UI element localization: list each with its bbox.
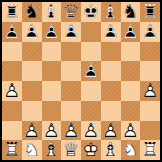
square-f6[interactable] [101,42,121,62]
square-b1[interactable]: ♞♘ [22,140,42,160]
square-c6[interactable] [42,42,62,62]
white-bishop-detail-icon: ♗ [101,140,121,160]
piece-black-pawn[interactable]: ♟♙ [22,22,42,42]
piece-black-pawn[interactable]: ♟♙ [61,22,81,42]
square-b8[interactable]: ♞♘ [22,2,42,22]
square-d5[interactable] [61,61,81,81]
square-c3[interactable] [42,101,62,121]
black-pawn-detail-icon: ♙ [140,22,160,42]
piece-white-king[interactable]: ♚♔ [81,140,101,160]
square-g8[interactable]: ♞♘ [121,2,141,22]
square-d4[interactable] [61,81,81,101]
square-b7[interactable]: ♟♙ [22,22,42,42]
chess-board: ♜♖♞♘♝♗♛♕♚♔♝♗♞♘♜♖♟♙♟♙♟♙♟♙♟♙♟♙♟♙♟♙♟♙♟♙♟♙♟♙… [0,0,162,162]
black-bishop-detail-icon: ♗ [101,2,121,22]
square-f4[interactable] [101,81,121,101]
square-h6[interactable] [140,42,160,62]
piece-black-knight[interactable]: ♞♘ [121,2,141,22]
square-g5[interactable] [121,61,141,81]
black-pawn-detail-icon: ♙ [121,22,141,42]
square-d6[interactable] [61,42,81,62]
square-h8[interactable]: ♜♖ [140,2,160,22]
square-f5[interactable] [101,61,121,81]
square-e3[interactable] [81,101,101,121]
square-e1[interactable]: ♚♔ [81,140,101,160]
black-pawn-detail-icon: ♙ [61,22,81,42]
piece-black-pawn[interactable]: ♟♙ [81,61,101,81]
piece-black-king[interactable]: ♚♔ [81,2,101,22]
black-pawn-detail-icon: ♙ [22,22,42,42]
piece-black-pawn[interactable]: ♟♙ [101,22,121,42]
piece-black-pawn[interactable]: ♟♙ [42,22,62,42]
piece-black-pawn[interactable]: ♟♙ [121,22,141,42]
white-bishop-detail-icon: ♗ [42,140,62,160]
white-rook-detail-icon: ♖ [140,140,160,160]
black-pawn-detail-icon: ♙ [2,22,22,42]
square-f3[interactable] [101,101,121,121]
square-g6[interactable] [121,42,141,62]
square-a4[interactable]: ♟♙ [2,81,22,101]
piece-black-pawn[interactable]: ♟♙ [140,22,160,42]
square-b3[interactable] [22,101,42,121]
black-pawn-detail-icon: ♙ [42,22,62,42]
square-a6[interactable] [2,42,22,62]
piece-white-knight[interactable]: ♞♘ [22,140,42,160]
square-d8[interactable]: ♛♕ [61,2,81,22]
piece-white-knight[interactable]: ♞♘ [121,140,141,160]
piece-black-rook[interactable]: ♜♖ [2,2,22,22]
square-a7[interactable]: ♟♙ [2,22,22,42]
square-f8[interactable]: ♝♗ [101,2,121,22]
square-c7[interactable]: ♟♙ [42,22,62,42]
square-d3[interactable] [61,101,81,121]
piece-white-pawn[interactable]: ♟♙ [2,81,22,101]
square-h7[interactable]: ♟♙ [140,22,160,42]
square-f7[interactable]: ♟♙ [101,22,121,42]
square-b6[interactable] [22,42,42,62]
square-g4[interactable] [121,81,141,101]
white-knight-detail-icon: ♘ [22,140,42,160]
square-e8[interactable]: ♚♔ [81,2,101,22]
black-king-detail-icon: ♔ [81,2,101,22]
square-a8[interactable]: ♜♖ [2,2,22,22]
square-h1[interactable]: ♜♖ [140,140,160,160]
square-f1[interactable]: ♝♗ [101,140,121,160]
white-pawn-detail-icon: ♙ [2,81,22,101]
piece-black-bishop[interactable]: ♝♗ [101,2,121,22]
square-c5[interactable] [42,61,62,81]
square-h4[interactable]: ♟♙ [140,81,160,101]
square-h3[interactable] [140,101,160,121]
square-c8[interactable]: ♝♗ [42,2,62,22]
piece-white-bishop[interactable]: ♝♗ [101,140,121,160]
piece-white-bishop[interactable]: ♝♗ [42,140,62,160]
square-a3[interactable] [2,101,22,121]
white-knight-detail-icon: ♘ [121,140,141,160]
black-pawn-detail-icon: ♙ [101,22,121,42]
white-pawn-detail-icon: ♙ [140,81,160,101]
white-king-detail-icon: ♔ [81,140,101,160]
black-bishop-detail-icon: ♗ [42,2,62,22]
square-e4[interactable] [81,81,101,101]
white-queen-detail-icon: ♕ [61,140,81,160]
piece-black-rook[interactable]: ♜♖ [140,2,160,22]
square-d1[interactable]: ♛♕ [61,140,81,160]
white-rook-detail-icon: ♖ [2,140,22,160]
black-knight-detail-icon: ♘ [22,2,42,22]
square-c4[interactable] [42,81,62,101]
square-b4[interactable] [22,81,42,101]
square-g1[interactable]: ♞♘ [121,140,141,160]
square-c1[interactable]: ♝♗ [42,140,62,160]
square-b5[interactable] [22,61,42,81]
piece-white-rook[interactable]: ♜♖ [140,140,160,160]
piece-white-pawn[interactable]: ♟♙ [140,81,160,101]
square-e7[interactable] [81,22,101,42]
piece-black-knight[interactable]: ♞♘ [22,2,42,22]
piece-white-rook[interactable]: ♜♖ [2,140,22,160]
black-rook-detail-icon: ♖ [2,2,22,22]
square-g3[interactable] [121,101,141,121]
square-d7[interactable]: ♟♙ [61,22,81,42]
piece-black-queen[interactable]: ♛♕ [61,2,81,22]
square-a1[interactable]: ♜♖ [2,140,22,160]
piece-black-bishop[interactable]: ♝♗ [42,2,62,22]
black-queen-detail-icon: ♕ [61,2,81,22]
piece-black-pawn[interactable]: ♟♙ [2,22,22,42]
square-e5[interactable]: ♟♙ [81,61,101,81]
piece-white-queen[interactable]: ♛♕ [61,140,81,160]
black-rook-detail-icon: ♖ [140,2,160,22]
square-g7[interactable]: ♟♙ [121,22,141,42]
black-knight-detail-icon: ♘ [121,2,141,22]
black-pawn-detail-icon: ♙ [81,61,101,81]
